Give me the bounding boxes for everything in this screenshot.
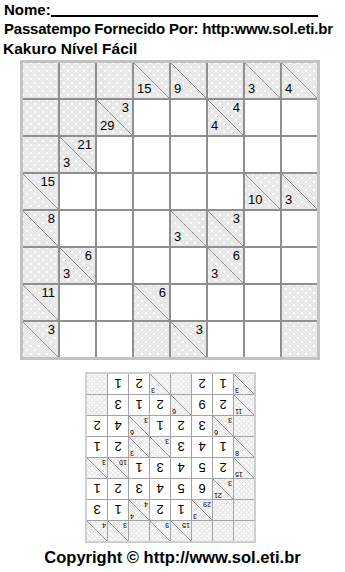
down-clue: 3 <box>102 459 106 466</box>
cell-r7c1: 11 <box>23 285 58 320</box>
down-clue: 3 <box>144 417 148 424</box>
cell-r8c8 <box>282 322 317 357</box>
solution-digit: 1 <box>87 479 107 499</box>
across-clue: 6 <box>233 249 240 262</box>
solution-cell-r2c5: 2 <box>150 500 170 520</box>
cell-r6c2: 63 <box>60 248 95 283</box>
cell-r2c3: 329 <box>97 100 132 135</box>
solution-cell-r4c5: 3 <box>150 458 170 478</box>
down-clue: 4 <box>211 119 218 132</box>
cell-r5c4[interactable] <box>134 211 169 246</box>
down-clue: 3 <box>248 82 255 95</box>
across-clue: 3 <box>151 387 155 394</box>
solution-cell-r4c2: 2 <box>213 458 233 478</box>
solution-digit: 2 <box>213 395 233 415</box>
solution-cell-r2c1 <box>234 500 254 520</box>
cell-r7c4: 6 <box>134 285 169 320</box>
cell-r8c1: 3 <box>23 322 58 357</box>
across-clue: 6 <box>85 249 92 262</box>
solution-cell-r7c6: 1 <box>129 395 149 415</box>
cell-r3c4[interactable] <box>134 137 169 172</box>
cell-r6c7[interactable] <box>245 248 280 283</box>
cell-r2c4[interactable] <box>134 100 169 135</box>
solution-cell-r8c1: 3 <box>234 374 254 394</box>
name-underline[interactable] <box>51 1 318 17</box>
cell-r7c8 <box>282 285 317 320</box>
solution-cell-r6c2: 63 <box>213 416 233 436</box>
cell-r6c3[interactable] <box>97 248 132 283</box>
down-clue: 4 <box>102 522 106 529</box>
solution-digit: 3 <box>192 416 212 436</box>
down-clue: 3 <box>165 438 169 445</box>
down-clue: 3 <box>63 156 70 169</box>
solution-cell-r6c4: 2 <box>171 416 191 436</box>
cell-r7c5[interactable] <box>171 285 206 320</box>
cell-r6c5[interactable] <box>171 248 206 283</box>
cell-r7c7[interactable] <box>245 285 280 320</box>
solution-digit: 1 <box>87 437 107 457</box>
solution-digit: 1 <box>129 458 149 478</box>
cell-r8c2[interactable] <box>60 322 95 357</box>
cell-r1c8: 4 <box>282 63 317 98</box>
solution-cell-r6c8: 2 <box>87 416 107 436</box>
down-clue: 3 <box>211 267 218 280</box>
solution-digit: 2 <box>171 416 191 436</box>
down-clue: 15 <box>137 82 151 95</box>
solution-cell-r5c7: 2 <box>108 437 128 457</box>
across-clue: 8 <box>235 450 239 457</box>
cell-r1c6 <box>208 63 243 98</box>
solution-digit: 9 <box>192 395 212 415</box>
copyright-line: Copyright © http://www.sol.eti.br <box>0 548 345 567</box>
solution-cell-r6c6: 63 <box>129 416 149 436</box>
cell-r4c3[interactable] <box>97 174 132 209</box>
solution-cell-r7c8 <box>87 395 107 415</box>
solution-cell-r7c1: 11 <box>234 395 254 415</box>
solution-digit: 2 <box>150 395 170 415</box>
solution-digit: 2 <box>108 437 128 457</box>
down-clue: 29 <box>100 119 114 132</box>
solution-digit: 3 <box>129 479 149 499</box>
down-clue: 4 <box>144 501 148 508</box>
cell-r6c8[interactable] <box>282 248 317 283</box>
kakuro-puzzle-grid: 159343294421315103833636311633 <box>20 60 320 360</box>
cell-r1c3 <box>97 63 132 98</box>
cell-r6c6: 63 <box>208 248 243 283</box>
down-clue: 4 <box>285 82 292 95</box>
solution-digit: 6 <box>192 479 212 499</box>
solution-digit: 4 <box>108 416 128 436</box>
across-clue: 4 <box>130 513 134 520</box>
solution-digit: 1 <box>213 374 233 394</box>
solution-cell-r3c4: 5 <box>171 479 191 499</box>
cell-r7c6[interactable] <box>208 285 243 320</box>
solution-cell-r1c6 <box>129 521 149 541</box>
solution-digit: 3 <box>87 500 107 520</box>
solution-cell-r3c1 <box>234 479 254 499</box>
solution-cell-r5c4: 3 <box>171 437 191 457</box>
solution-cell-r3c3: 6 <box>192 479 212 499</box>
solution-digit: 2 <box>108 479 128 499</box>
solution-cell-r3c7: 2 <box>108 479 128 499</box>
solution-cell-r8c6: 2 <box>129 374 149 394</box>
cell-r7c3[interactable] <box>97 285 132 320</box>
solution-cell-r5c5: 3 <box>150 437 170 457</box>
kakuro-solution-grid: 1593432912441321365432115254311038143332… <box>85 372 256 543</box>
solution-cell-r3c6: 3 <box>129 479 149 499</box>
across-clue: 8 <box>48 212 55 225</box>
solution-digit: 4 <box>171 458 191 478</box>
solution-digit: 1 <box>171 500 191 520</box>
solution-digit: 2 <box>150 500 170 520</box>
cell-r6c4[interactable] <box>134 248 169 283</box>
cell-r1c1 <box>23 63 58 98</box>
cell-r8c7[interactable] <box>245 322 280 357</box>
solution-cell-r4c1: 15 <box>234 458 254 478</box>
solution-cell-r8c5: 3 <box>150 374 170 394</box>
provider-line: Passatempo Fornecido Por: http:www.sol.e… <box>4 20 333 37</box>
down-clue: 29 <box>203 501 211 508</box>
page-title: Kakuro Nível Fácil <box>3 40 137 58</box>
cell-r2c1 <box>23 100 58 135</box>
across-clue: 15 <box>235 471 243 478</box>
cell-r4c2[interactable] <box>60 174 95 209</box>
down-clue: 3 <box>63 267 70 280</box>
solution-cell-r2c8: 3 <box>87 500 107 520</box>
down-clue: 3 <box>123 522 127 529</box>
solution-cell-r6c5: 1 <box>150 416 170 436</box>
solution-digit: 5 <box>192 458 212 478</box>
solution-cell-r1c1 <box>234 521 254 541</box>
solution-digit: 4 <box>150 479 170 499</box>
solution-cell-r7c2: 2 <box>213 395 233 415</box>
across-clue: 6 <box>130 429 134 436</box>
across-clue: 3 <box>122 101 129 114</box>
solution-cell-r2c7: 1 <box>108 500 128 520</box>
cell-r1c2 <box>60 63 95 98</box>
cell-r6c1 <box>23 248 58 283</box>
solution-cell-r5c8: 1 <box>87 437 107 457</box>
cell-r2c7[interactable] <box>245 100 280 135</box>
solution-cell-r2c6: 44 <box>129 500 149 520</box>
cell-r8c5: 3 <box>171 322 206 357</box>
solution-digit: 3 <box>171 437 191 457</box>
solution-digit: 1 <box>213 437 233 457</box>
cell-r5c2[interactable] <box>60 211 95 246</box>
cell-r3c6[interactable] <box>208 137 243 172</box>
across-clue: 3 <box>48 323 55 336</box>
cell-r8c4 <box>134 322 169 357</box>
across-clue: 15 <box>41 175 55 188</box>
cell-r8c3[interactable] <box>97 322 132 357</box>
solution-digit: 1 <box>129 395 149 415</box>
down-clue: 9 <box>165 522 169 529</box>
cell-r3c1 <box>23 137 58 172</box>
solution-cell-r7c3: 9 <box>192 395 212 415</box>
cell-r3c2: 213 <box>60 137 95 172</box>
solution-cell-r8c4 <box>171 374 191 394</box>
cell-r4c7: 10 <box>245 174 280 209</box>
across-clue: 3 <box>130 450 134 457</box>
cell-r1c5: 9 <box>171 63 206 98</box>
across-clue: 21 <box>78 138 92 151</box>
solution-digit: 3 <box>150 458 170 478</box>
cell-r4c6[interactable] <box>208 174 243 209</box>
down-clue: 10 <box>248 193 262 206</box>
solution-cell-r1c3 <box>192 521 212 541</box>
solution-cell-r7c7: 3 <box>108 395 128 415</box>
cell-r4c8: 3 <box>282 174 317 209</box>
solution-cell-r4c7: 10 <box>108 458 128 478</box>
solution-digit: 1 <box>108 374 128 394</box>
name-row: Nome: <box>4 1 318 18</box>
solution-digit: 4 <box>192 437 212 457</box>
solution-cell-r1c2 <box>213 521 233 541</box>
solution-cell-r8c8 <box>87 374 107 394</box>
solution-digit: 5 <box>171 479 191 499</box>
cell-r4c4[interactable] <box>134 174 169 209</box>
solution-digit: 1 <box>108 500 128 520</box>
across-clue: 11 <box>235 408 242 415</box>
cell-r2c8[interactable] <box>282 100 317 135</box>
cell-r3c8[interactable] <box>282 137 317 172</box>
solution-cell-r6c3: 3 <box>192 416 212 436</box>
cell-r7c2[interactable] <box>60 285 95 320</box>
across-clue: 3 <box>233 212 240 225</box>
cell-r5c6: 3 <box>208 211 243 246</box>
solution-cell-r8c2: 1 <box>213 374 233 394</box>
across-clue: 6 <box>159 286 166 299</box>
down-clue: 10 <box>119 459 127 466</box>
cell-r2c2 <box>60 100 95 135</box>
cell-r5c3[interactable] <box>97 211 132 246</box>
solution-cell-r8c3: 2 <box>192 374 212 394</box>
cell-r3c3[interactable] <box>97 137 132 172</box>
down-clue: 3 <box>228 417 232 424</box>
solution-cell-r5c1: 8 <box>234 437 254 457</box>
solution-cell-r7c4: 6 <box>171 395 191 415</box>
down-clue: 3 <box>285 193 292 206</box>
across-clue: 3 <box>196 323 203 336</box>
cell-r5c8[interactable] <box>282 211 317 246</box>
solution-cell-r5c2: 1 <box>213 437 233 457</box>
cell-r2c5[interactable] <box>171 100 206 135</box>
cell-r1c7: 3 <box>245 63 280 98</box>
solution-digit: 1 <box>150 416 170 436</box>
kakuro-worksheet-page: Nome: Passatempo Fornecido Por: http:www… <box>0 0 345 572</box>
cell-r5c7[interactable] <box>245 211 280 246</box>
solution-cell-r7c5: 2 <box>150 395 170 415</box>
solution-cell-r1c5: 9 <box>150 521 170 541</box>
solution-cell-r2c2 <box>213 500 233 520</box>
solution-cell-r3c8: 1 <box>87 479 107 499</box>
solution-cell-r3c5: 4 <box>150 479 170 499</box>
cell-r5c1: 8 <box>23 211 58 246</box>
cell-r3c5[interactable] <box>171 137 206 172</box>
kakuro-solution-grid-wrap: 1593432912441321365432115254311038143332… <box>85 372 256 543</box>
solution-cell-r4c8: 3 <box>87 458 107 478</box>
solution-cell-r6c7: 4 <box>108 416 128 436</box>
solution-digit: 2 <box>213 458 233 478</box>
across-clue: 21 <box>214 492 222 499</box>
solution-digit: 2 <box>192 374 212 394</box>
across-clue: 11 <box>42 286 56 299</box>
solution-cell-r5c3: 4 <box>192 437 212 457</box>
solution-cell-r6c1 <box>234 416 254 436</box>
solution-cell-r2c4: 1 <box>171 500 191 520</box>
solution-cell-r4c3: 5 <box>192 458 212 478</box>
solution-cell-r8c7: 1 <box>108 374 128 394</box>
down-clue: 3 <box>174 230 181 243</box>
across-clue: 6 <box>172 408 176 415</box>
cell-r2c6: 44 <box>208 100 243 135</box>
cell-r1c4: 15 <box>134 63 169 98</box>
down-clue: 9 <box>174 82 181 95</box>
cell-r4c1: 15 <box>23 174 58 209</box>
solution-cell-r4c4: 4 <box>171 458 191 478</box>
name-label: Nome: <box>4 1 51 18</box>
down-clue: 3 <box>228 480 232 487</box>
solution-cell-r1c4: 15 <box>171 521 191 541</box>
cell-r4c5[interactable] <box>171 174 206 209</box>
across-clue: 4 <box>233 101 240 114</box>
cell-r3c7[interactable] <box>245 137 280 172</box>
solution-digit: 2 <box>129 374 149 394</box>
down-clue: 15 <box>182 522 190 529</box>
cell-r5c5: 3 <box>171 211 206 246</box>
solution-digit: 2 <box>87 416 107 436</box>
solution-cell-r1c7: 3 <box>108 521 128 541</box>
solution-cell-r4c6: 1 <box>129 458 149 478</box>
solution-cell-r2c3: 329 <box>192 500 212 520</box>
across-clue: 3 <box>193 513 197 520</box>
solution-digit: 3 <box>108 395 128 415</box>
solution-cell-r5c6: 3 <box>129 437 149 457</box>
across-clue: 3 <box>235 387 239 394</box>
cell-r8c6[interactable] <box>208 322 243 357</box>
solution-cell-r1c8: 4 <box>87 521 107 541</box>
solution-cell-r3c2: 213 <box>213 479 233 499</box>
across-clue: 6 <box>214 429 218 436</box>
